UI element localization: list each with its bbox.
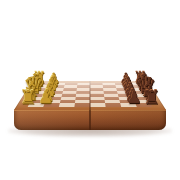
chess-piece-copper-r: ♜: [143, 88, 160, 107]
chess-piece-copper-p: ♟: [126, 90, 142, 107]
piece-layer: ♜♟♞♟♝♟♚♟♛♟♝♟♞♟♜♟♜♟♞♟♝♟♚♟♛♟♝♟♞♟♜♟: [0, 0, 180, 180]
chess-piece-gold-p: ♟: [38, 90, 54, 107]
chess-set-product-photo: ♜♟♞♟♝♟♚♟♛♟♝♟♞♟♜♟♜♟♞♟♝♟♚♟♛♟♝♟♞♟♜♟: [0, 0, 180, 180]
chess-piece-gold-r: ♜: [20, 88, 37, 107]
